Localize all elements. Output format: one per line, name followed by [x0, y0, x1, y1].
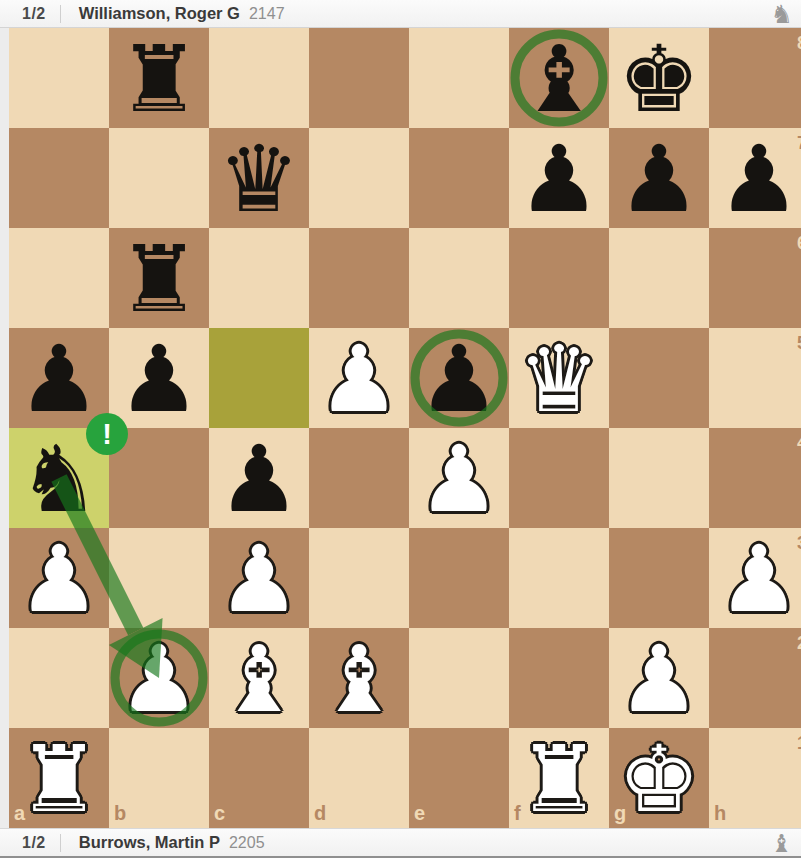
square-e7[interactable]	[409, 128, 509, 228]
square-a6[interactable]	[9, 228, 109, 328]
square-f3[interactable]	[509, 528, 609, 628]
piece-white-queen-f5[interactable]: ♛	[509, 328, 609, 428]
square-b1[interactable]	[109, 728, 209, 828]
piece-white-rook-f1[interactable]: ♜	[509, 728, 609, 828]
square-d1[interactable]	[309, 728, 409, 828]
bishop-icon: ♝	[771, 830, 793, 855]
piece-white-king-g1[interactable]: ♚	[609, 728, 709, 828]
square-d7[interactable]	[309, 128, 409, 228]
square-h6[interactable]	[709, 228, 801, 328]
piece-white-pawn-e4[interactable]: ♟	[409, 428, 509, 528]
square-f4[interactable]	[509, 428, 609, 528]
piece-black-pawn-g7[interactable]: ♟	[609, 128, 709, 228]
square-b7[interactable]	[109, 128, 209, 228]
square-h4[interactable]	[709, 428, 801, 528]
piece-black-pawn-b5[interactable]: ♟	[109, 328, 209, 428]
square-d6[interactable]	[309, 228, 409, 328]
top-player-bar: 1/2 Williamson, Roger G 2147 ♞	[0, 0, 801, 28]
piece-black-pawn-c4[interactable]: ♟	[209, 428, 309, 528]
square-e8[interactable]	[409, 28, 509, 128]
knight-icon: ♞	[771, 1, 793, 26]
square-e3[interactable]	[409, 528, 509, 628]
square-e1[interactable]	[409, 728, 509, 828]
square-a7[interactable]	[9, 128, 109, 228]
square-d4[interactable]	[309, 428, 409, 528]
square-f6[interactable]	[509, 228, 609, 328]
piece-black-bishop-f8[interactable]: ♝	[509, 28, 609, 128]
bottom-player-name[interactable]: Burrows, Martin P	[79, 833, 220, 852]
bottom-result: 1/2	[0, 834, 60, 852]
bottom-player-rating: 2205	[229, 834, 265, 852]
chess-board: abcdefgh12345678♜♝♚♛♟♟♟♜♟♟♟♟♛♞♟♟♟♟♟♟♝♝♟♜…	[9, 28, 801, 828]
square-g3[interactable]	[609, 528, 709, 628]
piece-white-pawn-a3[interactable]: ♟	[9, 528, 109, 628]
piece-white-pawn-h3[interactable]: ♟	[709, 528, 801, 628]
piece-black-pawn-f7[interactable]: ♟	[509, 128, 609, 228]
square-c8[interactable]	[209, 28, 309, 128]
square-d8[interactable]	[309, 28, 409, 128]
piece-black-king-g8[interactable]: ♚	[609, 28, 709, 128]
piece-black-rook-b8[interactable]: ♜	[109, 28, 209, 128]
bottom-player-bar: 1/2 Burrows, Martin P 2205 ♝	[0, 828, 801, 858]
square-a2[interactable]	[9, 628, 109, 728]
square-h8[interactable]	[709, 28, 801, 128]
square-e2[interactable]	[409, 628, 509, 728]
square-g6[interactable]	[609, 228, 709, 328]
square-c5[interactable]	[209, 328, 309, 428]
square-h1[interactable]	[709, 728, 801, 828]
square-e6[interactable]	[409, 228, 509, 328]
top-player-name[interactable]: Williamson, Roger G	[79, 4, 240, 23]
piece-white-rook-a1[interactable]: ♜	[9, 728, 109, 828]
good-move-badge: !	[86, 413, 128, 455]
square-g5[interactable]	[609, 328, 709, 428]
bar-divider	[60, 5, 61, 23]
square-c6[interactable]	[209, 228, 309, 328]
piece-black-rook-b6[interactable]: ♜	[109, 228, 209, 328]
piece-white-bishop-d2[interactable]: ♝	[309, 628, 409, 728]
piece-black-queen-c7[interactable]: ♛	[209, 128, 309, 228]
piece-black-pawn-e5[interactable]: ♟	[409, 328, 509, 428]
piece-white-pawn-g2[interactable]: ♟	[609, 628, 709, 728]
square-a8[interactable]	[9, 28, 109, 128]
square-h5[interactable]	[709, 328, 801, 428]
square-d3[interactable]	[309, 528, 409, 628]
piece-white-pawn-b2[interactable]: ♟	[109, 628, 209, 728]
piece-white-bishop-c2[interactable]: ♝	[209, 628, 309, 728]
square-b3[interactable]	[109, 528, 209, 628]
square-g4[interactable]	[609, 428, 709, 528]
piece-white-pawn-c3[interactable]: ♟	[209, 528, 309, 628]
square-h2[interactable]	[709, 628, 801, 728]
top-player-rating: 2147	[249, 5, 285, 23]
piece-black-pawn-h7[interactable]: ♟	[709, 128, 801, 228]
piece-black-pawn-a5[interactable]: ♟	[9, 328, 109, 428]
square-c1[interactable]	[209, 728, 309, 828]
square-f2[interactable]	[509, 628, 609, 728]
top-result: 1/2	[0, 5, 60, 23]
piece-white-pawn-d5[interactable]: ♟	[309, 328, 409, 428]
bar-divider	[60, 834, 61, 852]
